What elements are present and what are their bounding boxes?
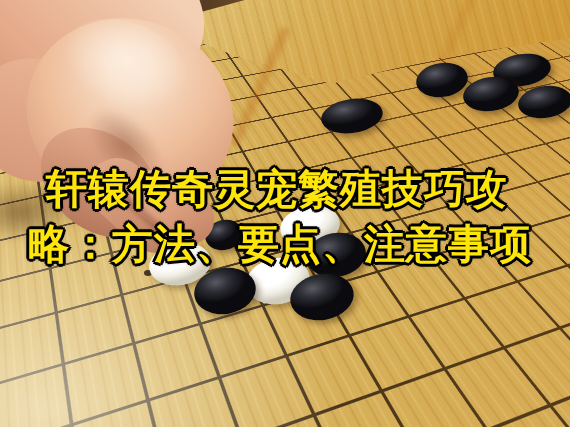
title-line-2: 略：方法、要点、注意事项 <box>28 224 532 265</box>
title-line-1: 轩辕传奇灵宠繁殖技巧攻 <box>46 169 508 210</box>
go-photo-thumbnail: 轩辕传奇灵宠繁殖技巧攻 略：方法、要点、注意事项 <box>0 0 570 427</box>
